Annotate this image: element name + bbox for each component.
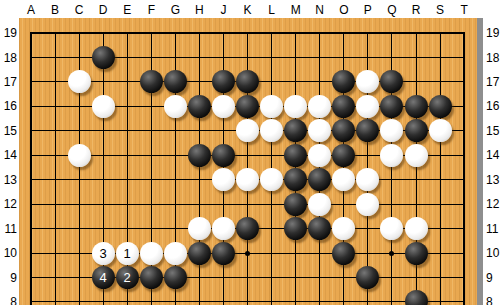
white-stone-N16[interactable] — [308, 95, 331, 118]
black-stone-H10[interactable] — [188, 242, 211, 265]
white-stone-F10[interactable] — [140, 242, 163, 265]
black-stone-J14[interactable] — [212, 144, 235, 167]
white-stone-E10[interactable]: 1 — [116, 242, 139, 265]
grid-line-column-T — [463, 32, 465, 305]
row-label-left-12: 12 — [0, 198, 17, 210]
black-stone-H14[interactable] — [188, 144, 211, 167]
white-stone-J16[interactable] — [212, 95, 235, 118]
white-stone-G10[interactable] — [164, 242, 187, 265]
column-label-Q: Q — [380, 4, 404, 16]
grid-line-column-B — [55, 32, 56, 305]
column-label-R: R — [404, 4, 428, 16]
row-label-right-16: 16 — [486, 100, 500, 112]
black-stone-D18[interactable] — [92, 46, 115, 69]
white-stone-J11[interactable] — [212, 217, 235, 240]
white-stone-D16[interactable] — [92, 95, 115, 118]
column-label-B: B — [43, 4, 67, 16]
white-stone-H11[interactable] — [188, 217, 211, 240]
black-stone-O14[interactable] — [332, 144, 355, 167]
row-label-left-8: 8 — [0, 296, 17, 305]
black-stone-M14[interactable] — [284, 144, 307, 167]
column-label-C: C — [67, 4, 91, 16]
grid-line-row-8 — [30, 301, 465, 302]
row-label-left-9: 9 — [0, 272, 17, 284]
black-stone-M12[interactable] — [284, 193, 307, 216]
star-point-Q10 — [389, 251, 394, 256]
black-stone-G9[interactable] — [164, 266, 187, 289]
grid-line-row-19 — [30, 32, 465, 34]
row-label-left-13: 13 — [0, 174, 17, 186]
column-label-K: K — [236, 4, 260, 16]
black-stone-O10[interactable] — [332, 242, 355, 265]
black-stone-H16[interactable] — [188, 95, 211, 118]
move-number-4: 4 — [100, 271, 107, 284]
white-stone-N14[interactable] — [308, 144, 331, 167]
grid-line-column-A — [30, 32, 32, 305]
board-right-edge-bar — [477, 18, 483, 305]
row-label-right-17: 17 — [486, 76, 500, 88]
black-stone-R16[interactable] — [405, 95, 428, 118]
black-stone-K16[interactable] — [236, 95, 259, 118]
column-label-A: A — [19, 4, 43, 16]
white-stone-C14[interactable] — [68, 144, 91, 167]
row-label-left-11: 11 — [0, 223, 17, 235]
white-stone-R11[interactable] — [405, 217, 428, 240]
black-stone-R8[interactable] — [405, 290, 428, 305]
white-stone-M16[interactable] — [284, 95, 307, 118]
white-stone-G16[interactable] — [164, 95, 187, 118]
white-stone-L16[interactable] — [260, 95, 283, 118]
row-label-right-9: 9 — [486, 272, 500, 284]
column-label-D: D — [91, 4, 115, 16]
row-label-right-12: 12 — [486, 198, 500, 210]
white-stone-N12[interactable] — [308, 193, 331, 216]
grid-line-column-S — [440, 32, 441, 305]
star-point-K10 — [245, 251, 250, 256]
column-label-E: E — [115, 4, 139, 16]
white-stone-P16[interactable] — [356, 95, 379, 118]
black-stone-R10[interactable] — [405, 242, 428, 265]
move-number-2: 2 — [124, 271, 131, 284]
white-stone-C17[interactable] — [68, 70, 91, 93]
row-label-right-10: 10 — [486, 247, 500, 259]
row-label-right-15: 15 — [486, 125, 500, 137]
go-app-screen: ABCDEFGHJKLMNOPQRST191918181717161615151… — [0, 0, 500, 305]
row-label-left-18: 18 — [0, 52, 17, 64]
row-label-right-19: 19 — [486, 27, 500, 39]
column-label-O: O — [332, 4, 356, 16]
black-stone-R15[interactable] — [405, 119, 428, 142]
row-label-right-11: 11 — [486, 223, 500, 235]
row-label-right-13: 13 — [486, 174, 500, 186]
move-number-1: 1 — [124, 247, 131, 260]
column-label-N: N — [308, 4, 332, 16]
column-label-P: P — [356, 4, 380, 16]
column-label-S: S — [428, 4, 452, 16]
row-label-left-15: 15 — [0, 125, 17, 137]
row-label-left-19: 19 — [0, 27, 17, 39]
row-label-right-18: 18 — [486, 52, 500, 64]
black-stone-F9[interactable] — [140, 266, 163, 289]
row-label-left-14: 14 — [0, 149, 17, 161]
black-stone-O16[interactable] — [332, 95, 355, 118]
column-label-F: F — [139, 4, 163, 16]
row-label-left-17: 17 — [0, 76, 17, 88]
black-stone-J10[interactable] — [212, 242, 235, 265]
column-label-L: L — [260, 4, 284, 16]
black-stone-E9[interactable]: 2 — [116, 266, 139, 289]
white-stone-R14[interactable] — [405, 144, 428, 167]
column-label-G: G — [163, 4, 187, 16]
white-stone-S15[interactable] — [429, 119, 452, 142]
white-stone-D10[interactable]: 3 — [92, 242, 115, 265]
white-stone-P12[interactable] — [356, 193, 379, 216]
column-label-T: T — [452, 4, 476, 16]
row-label-right-8: 8 — [486, 296, 500, 305]
column-label-H: H — [187, 4, 211, 16]
black-stone-K11[interactable] — [236, 217, 259, 240]
column-label-M: M — [284, 4, 308, 16]
black-stone-S16[interactable] — [429, 95, 452, 118]
row-label-left-10: 10 — [0, 247, 17, 259]
column-label-J: J — [212, 4, 236, 16]
grid-line-row-12 — [30, 204, 465, 205]
row-label-right-14: 14 — [486, 149, 500, 161]
row-label-left-16: 16 — [0, 100, 17, 112]
black-stone-D9[interactable]: 4 — [92, 266, 115, 289]
move-number-3: 3 — [100, 247, 107, 260]
